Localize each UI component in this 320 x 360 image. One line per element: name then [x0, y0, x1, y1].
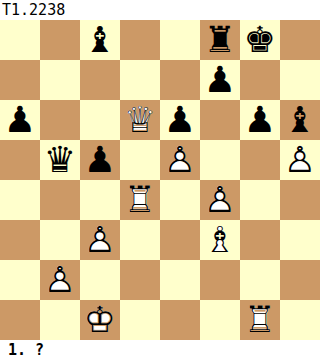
square-c8[interactable]: ♝ [80, 20, 120, 60]
piece-outline-layer: ♙ [40, 260, 80, 300]
square-a7[interactable] [0, 60, 40, 100]
piece-white-queen[interactable]: ♛♕ [120, 100, 160, 140]
square-e1[interactable] [160, 300, 200, 340]
square-b2[interactable]: ♟♙ [40, 260, 80, 300]
square-a5[interactable] [0, 140, 40, 180]
piece-outline-layer: ♙ [200, 180, 240, 220]
square-h5[interactable]: ♟♙ [280, 140, 320, 180]
piece-glyph: ♟ [0, 100, 40, 140]
square-f6[interactable] [200, 100, 240, 140]
square-f7[interactable]: ♟ [200, 60, 240, 100]
piece-white-king[interactable]: ♚♔ [80, 300, 120, 340]
square-f3[interactable]: ♝♗ [200, 220, 240, 260]
square-g3[interactable] [240, 220, 280, 260]
square-f1[interactable] [200, 300, 240, 340]
square-e3[interactable] [160, 220, 200, 260]
piece-black-pawn[interactable]: ♟ [160, 100, 200, 140]
square-b7[interactable] [40, 60, 80, 100]
piece-glyph: ♝ [280, 100, 320, 140]
piece-black-king[interactable]: ♚ [240, 20, 280, 60]
piece-outline-layer: ♖ [240, 300, 280, 340]
square-h4[interactable] [280, 180, 320, 220]
piece-white-bishop[interactable]: ♝♗ [200, 220, 240, 260]
square-c2[interactable] [80, 260, 120, 300]
piece-white-rook[interactable]: ♜♖ [240, 300, 280, 340]
square-d4[interactable]: ♜♖ [120, 180, 160, 220]
square-g7[interactable] [240, 60, 280, 100]
square-b5[interactable]: ♛ [40, 140, 80, 180]
square-c4[interactable] [80, 180, 120, 220]
square-d7[interactable] [120, 60, 160, 100]
square-g2[interactable] [240, 260, 280, 300]
square-e2[interactable] [160, 260, 200, 300]
piece-glyph: ♟ [240, 100, 280, 140]
square-b1[interactable] [40, 300, 80, 340]
piece-white-pawn[interactable]: ♟♙ [160, 140, 200, 180]
piece-glyph: ♛ [40, 140, 80, 180]
square-g4[interactable] [240, 180, 280, 220]
square-e6[interactable]: ♟ [160, 100, 200, 140]
square-d2[interactable] [120, 260, 160, 300]
piece-black-pawn[interactable]: ♟ [200, 60, 240, 100]
piece-white-pawn[interactable]: ♟♙ [80, 220, 120, 260]
piece-white-pawn[interactable]: ♟♙ [280, 140, 320, 180]
piece-glyph: ♟ [200, 60, 240, 100]
square-a8[interactable] [0, 20, 40, 60]
square-b3[interactable] [40, 220, 80, 260]
square-a6[interactable]: ♟ [0, 100, 40, 140]
piece-black-pawn[interactable]: ♟ [0, 100, 40, 140]
piece-outline-layer: ♕ [120, 100, 160, 140]
piece-black-bishop[interactable]: ♝ [280, 100, 320, 140]
square-d1[interactable] [120, 300, 160, 340]
square-g1[interactable]: ♜♖ [240, 300, 280, 340]
piece-black-queen[interactable]: ♛ [40, 140, 80, 180]
square-b6[interactable] [40, 100, 80, 140]
piece-outline-layer: ♗ [200, 220, 240, 260]
square-d5[interactable] [120, 140, 160, 180]
piece-outline-layer: ♙ [160, 140, 200, 180]
piece-black-pawn[interactable]: ♟ [80, 140, 120, 180]
square-a3[interactable] [0, 220, 40, 260]
square-b4[interactable] [40, 180, 80, 220]
square-f5[interactable] [200, 140, 240, 180]
square-e7[interactable] [160, 60, 200, 100]
square-h7[interactable] [280, 60, 320, 100]
piece-white-pawn[interactable]: ♟♙ [40, 260, 80, 300]
piece-glyph: ♝ [80, 20, 120, 60]
piece-black-bishop[interactable]: ♝ [80, 20, 120, 60]
chess-board: ♝♜♚♟♟♛♕♟♟♝♛♟♟♙♟♙♜♖♟♙♟♙♝♗♟♙♚♔♜♖ [0, 20, 320, 340]
square-d8[interactable] [120, 20, 160, 60]
square-c5[interactable]: ♟ [80, 140, 120, 180]
square-g5[interactable] [240, 140, 280, 180]
square-c6[interactable] [80, 100, 120, 140]
move-prompt-label: 1. ? [8, 341, 44, 359]
square-g6[interactable]: ♟ [240, 100, 280, 140]
piece-outline-layer: ♔ [80, 300, 120, 340]
square-a4[interactable] [0, 180, 40, 220]
square-f8[interactable]: ♜ [200, 20, 240, 60]
square-e4[interactable] [160, 180, 200, 220]
square-e8[interactable] [160, 20, 200, 60]
piece-glyph: ♟ [80, 140, 120, 180]
square-a2[interactable] [0, 260, 40, 300]
square-h3[interactable] [280, 220, 320, 260]
square-g8[interactable]: ♚ [240, 20, 280, 60]
piece-glyph: ♟ [160, 100, 200, 140]
square-d3[interactable] [120, 220, 160, 260]
square-h2[interactable] [280, 260, 320, 300]
piece-black-pawn[interactable]: ♟ [240, 100, 280, 140]
piece-outline-layer: ♙ [80, 220, 120, 260]
square-b8[interactable] [40, 20, 80, 60]
square-d6[interactable]: ♛♕ [120, 100, 160, 140]
piece-outline-layer: ♙ [280, 140, 320, 180]
piece-white-rook[interactable]: ♜♖ [120, 180, 160, 220]
square-c1[interactable]: ♚♔ [80, 300, 120, 340]
piece-glyph: ♚ [240, 20, 280, 60]
piece-outline-layer: ♖ [120, 180, 160, 220]
square-c7[interactable] [80, 60, 120, 100]
puzzle-id-label: T1.2238 [2, 1, 65, 19]
square-a1[interactable] [0, 300, 40, 340]
square-e5[interactable]: ♟♙ [160, 140, 200, 180]
move-prompt-bar: 1. ? [0, 340, 320, 360]
piece-black-rook[interactable]: ♜ [200, 20, 240, 60]
square-c3[interactable]: ♟♙ [80, 220, 120, 260]
square-f4[interactable]: ♟♙ [200, 180, 240, 220]
piece-glyph: ♜ [200, 20, 240, 60]
square-h8[interactable] [280, 20, 320, 60]
square-h1[interactable] [280, 300, 320, 340]
piece-white-pawn[interactable]: ♟♙ [200, 180, 240, 220]
square-h6[interactable]: ♝ [280, 100, 320, 140]
window-title: T1.2238 [0, 0, 320, 20]
square-f2[interactable] [200, 260, 240, 300]
